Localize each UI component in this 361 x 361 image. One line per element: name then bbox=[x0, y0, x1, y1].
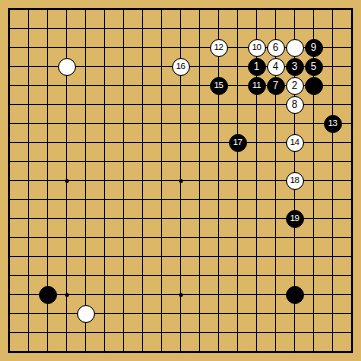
point-f9[interactable] bbox=[95, 190, 114, 209]
point-j7[interactable] bbox=[152, 228, 171, 247]
point-f19[interactable] bbox=[95, 0, 114, 19]
point-e2[interactable] bbox=[76, 323, 95, 342]
point-d12[interactable] bbox=[57, 133, 76, 152]
point-c2[interactable] bbox=[38, 323, 57, 342]
point-n6[interactable] bbox=[228, 247, 247, 266]
point-q15[interactable]: 2 bbox=[285, 76, 304, 95]
point-h3[interactable] bbox=[133, 304, 152, 323]
point-o5[interactable] bbox=[247, 266, 266, 285]
point-r8[interactable] bbox=[304, 209, 323, 228]
point-a2[interactable] bbox=[0, 323, 19, 342]
point-k9[interactable] bbox=[171, 190, 190, 209]
point-k11[interactable] bbox=[171, 152, 190, 171]
point-t5[interactable] bbox=[342, 266, 361, 285]
point-q18[interactable] bbox=[285, 19, 304, 38]
point-k15[interactable] bbox=[171, 76, 190, 95]
point-e12[interactable] bbox=[76, 133, 95, 152]
point-a18[interactable] bbox=[0, 19, 19, 38]
point-e9[interactable] bbox=[76, 190, 95, 209]
point-h12[interactable] bbox=[133, 133, 152, 152]
point-o6[interactable] bbox=[247, 247, 266, 266]
point-f5[interactable] bbox=[95, 266, 114, 285]
point-c17[interactable] bbox=[38, 38, 57, 57]
point-e15[interactable] bbox=[76, 76, 95, 95]
point-d7[interactable] bbox=[57, 228, 76, 247]
point-n17[interactable] bbox=[228, 38, 247, 57]
point-r11[interactable] bbox=[304, 152, 323, 171]
point-l9[interactable] bbox=[190, 190, 209, 209]
point-q3[interactable] bbox=[285, 304, 304, 323]
point-k16[interactable]: 16 bbox=[171, 57, 190, 76]
point-j16[interactable] bbox=[152, 57, 171, 76]
point-t10[interactable] bbox=[342, 171, 361, 190]
point-c3[interactable] bbox=[38, 304, 57, 323]
point-m13[interactable] bbox=[209, 114, 228, 133]
point-f18[interactable] bbox=[95, 19, 114, 38]
point-s16[interactable] bbox=[323, 57, 342, 76]
point-m7[interactable] bbox=[209, 228, 228, 247]
point-h6[interactable] bbox=[133, 247, 152, 266]
point-k10[interactable] bbox=[171, 171, 190, 190]
point-k3[interactable] bbox=[171, 304, 190, 323]
point-n3[interactable] bbox=[228, 304, 247, 323]
point-c14[interactable] bbox=[38, 95, 57, 114]
point-f17[interactable] bbox=[95, 38, 114, 57]
point-o7[interactable] bbox=[247, 228, 266, 247]
point-r1[interactable] bbox=[304, 342, 323, 361]
point-o9[interactable] bbox=[247, 190, 266, 209]
point-c12[interactable] bbox=[38, 133, 57, 152]
point-c6[interactable] bbox=[38, 247, 57, 266]
point-l11[interactable] bbox=[190, 152, 209, 171]
point-m8[interactable] bbox=[209, 209, 228, 228]
point-l5[interactable] bbox=[190, 266, 209, 285]
point-o10[interactable] bbox=[247, 171, 266, 190]
point-r7[interactable] bbox=[304, 228, 323, 247]
point-s6[interactable] bbox=[323, 247, 342, 266]
point-k8[interactable] bbox=[171, 209, 190, 228]
point-p1[interactable] bbox=[266, 342, 285, 361]
point-a8[interactable] bbox=[0, 209, 19, 228]
point-c13[interactable] bbox=[38, 114, 57, 133]
point-q5[interactable] bbox=[285, 266, 304, 285]
point-a1[interactable] bbox=[0, 342, 19, 361]
point-b10[interactable] bbox=[19, 171, 38, 190]
point-d16[interactable] bbox=[57, 57, 76, 76]
point-f3[interactable] bbox=[95, 304, 114, 323]
point-h14[interactable] bbox=[133, 95, 152, 114]
point-m6[interactable] bbox=[209, 247, 228, 266]
point-b4[interactable] bbox=[19, 285, 38, 304]
point-j10[interactable] bbox=[152, 171, 171, 190]
point-o15[interactable]: 11 bbox=[247, 76, 266, 95]
point-n7[interactable] bbox=[228, 228, 247, 247]
point-g19[interactable] bbox=[114, 0, 133, 19]
point-a13[interactable] bbox=[0, 114, 19, 133]
point-c10[interactable] bbox=[38, 171, 57, 190]
point-d1[interactable] bbox=[57, 342, 76, 361]
point-o16[interactable]: 1 bbox=[247, 57, 266, 76]
point-m1[interactable] bbox=[209, 342, 228, 361]
point-s12[interactable] bbox=[323, 133, 342, 152]
point-r19[interactable] bbox=[304, 0, 323, 19]
point-t17[interactable] bbox=[342, 38, 361, 57]
point-s11[interactable] bbox=[323, 152, 342, 171]
point-j11[interactable] bbox=[152, 152, 171, 171]
point-d10[interactable] bbox=[57, 171, 76, 190]
point-b18[interactable] bbox=[19, 19, 38, 38]
point-e6[interactable] bbox=[76, 247, 95, 266]
point-n12[interactable]: 17 bbox=[228, 133, 247, 152]
point-r4[interactable] bbox=[304, 285, 323, 304]
point-e7[interactable] bbox=[76, 228, 95, 247]
point-c19[interactable] bbox=[38, 0, 57, 19]
point-g9[interactable] bbox=[114, 190, 133, 209]
point-j15[interactable] bbox=[152, 76, 171, 95]
point-a4[interactable] bbox=[0, 285, 19, 304]
point-o3[interactable] bbox=[247, 304, 266, 323]
point-f4[interactable] bbox=[95, 285, 114, 304]
point-k13[interactable] bbox=[171, 114, 190, 133]
point-s9[interactable] bbox=[323, 190, 342, 209]
point-q13[interactable] bbox=[285, 114, 304, 133]
point-h13[interactable] bbox=[133, 114, 152, 133]
point-a12[interactable] bbox=[0, 133, 19, 152]
point-b15[interactable] bbox=[19, 76, 38, 95]
point-t4[interactable] bbox=[342, 285, 361, 304]
point-f10[interactable] bbox=[95, 171, 114, 190]
point-t11[interactable] bbox=[342, 152, 361, 171]
point-f13[interactable] bbox=[95, 114, 114, 133]
point-o18[interactable] bbox=[247, 19, 266, 38]
point-h4[interactable] bbox=[133, 285, 152, 304]
point-d18[interactable] bbox=[57, 19, 76, 38]
point-j12[interactable] bbox=[152, 133, 171, 152]
point-e13[interactable] bbox=[76, 114, 95, 133]
point-l1[interactable] bbox=[190, 342, 209, 361]
point-f2[interactable] bbox=[95, 323, 114, 342]
point-n13[interactable] bbox=[228, 114, 247, 133]
point-b2[interactable] bbox=[19, 323, 38, 342]
point-g1[interactable] bbox=[114, 342, 133, 361]
point-s14[interactable] bbox=[323, 95, 342, 114]
point-n18[interactable] bbox=[228, 19, 247, 38]
point-a11[interactable] bbox=[0, 152, 19, 171]
point-t2[interactable] bbox=[342, 323, 361, 342]
point-g14[interactable] bbox=[114, 95, 133, 114]
point-f16[interactable] bbox=[95, 57, 114, 76]
point-d6[interactable] bbox=[57, 247, 76, 266]
point-q1[interactable] bbox=[285, 342, 304, 361]
point-s5[interactable] bbox=[323, 266, 342, 285]
point-k7[interactable] bbox=[171, 228, 190, 247]
point-g4[interactable] bbox=[114, 285, 133, 304]
point-f8[interactable] bbox=[95, 209, 114, 228]
point-r3[interactable] bbox=[304, 304, 323, 323]
point-r2[interactable] bbox=[304, 323, 323, 342]
point-t13[interactable] bbox=[342, 114, 361, 133]
point-t1[interactable] bbox=[342, 342, 361, 361]
point-d13[interactable] bbox=[57, 114, 76, 133]
point-a5[interactable] bbox=[0, 266, 19, 285]
point-s3[interactable] bbox=[323, 304, 342, 323]
point-l13[interactable] bbox=[190, 114, 209, 133]
point-q9[interactable] bbox=[285, 190, 304, 209]
point-d9[interactable] bbox=[57, 190, 76, 209]
point-e3[interactable] bbox=[76, 304, 95, 323]
point-g7[interactable] bbox=[114, 228, 133, 247]
point-r13[interactable] bbox=[304, 114, 323, 133]
point-e10[interactable] bbox=[76, 171, 95, 190]
point-p3[interactable] bbox=[266, 304, 285, 323]
point-o13[interactable] bbox=[247, 114, 266, 133]
point-h17[interactable] bbox=[133, 38, 152, 57]
point-l2[interactable] bbox=[190, 323, 209, 342]
point-b7[interactable] bbox=[19, 228, 38, 247]
point-e17[interactable] bbox=[76, 38, 95, 57]
point-j5[interactable] bbox=[152, 266, 171, 285]
point-d15[interactable] bbox=[57, 76, 76, 95]
point-g6[interactable] bbox=[114, 247, 133, 266]
point-s13[interactable]: 13 bbox=[323, 114, 342, 133]
point-r6[interactable] bbox=[304, 247, 323, 266]
point-n19[interactable] bbox=[228, 0, 247, 19]
point-f12[interactable] bbox=[95, 133, 114, 152]
point-m3[interactable] bbox=[209, 304, 228, 323]
point-d11[interactable] bbox=[57, 152, 76, 171]
point-b3[interactable] bbox=[19, 304, 38, 323]
point-l19[interactable] bbox=[190, 0, 209, 19]
point-o4[interactable] bbox=[247, 285, 266, 304]
point-b19[interactable] bbox=[19, 0, 38, 19]
point-a10[interactable] bbox=[0, 171, 19, 190]
point-j9[interactable] bbox=[152, 190, 171, 209]
point-r10[interactable] bbox=[304, 171, 323, 190]
point-s17[interactable] bbox=[323, 38, 342, 57]
point-q11[interactable] bbox=[285, 152, 304, 171]
point-p5[interactable] bbox=[266, 266, 285, 285]
point-a9[interactable] bbox=[0, 190, 19, 209]
point-a17[interactable] bbox=[0, 38, 19, 57]
point-a6[interactable] bbox=[0, 247, 19, 266]
point-n8[interactable] bbox=[228, 209, 247, 228]
point-o11[interactable] bbox=[247, 152, 266, 171]
point-t16[interactable] bbox=[342, 57, 361, 76]
point-r14[interactable] bbox=[304, 95, 323, 114]
point-q2[interactable] bbox=[285, 323, 304, 342]
point-p7[interactable] bbox=[266, 228, 285, 247]
point-b13[interactable] bbox=[19, 114, 38, 133]
point-l17[interactable] bbox=[190, 38, 209, 57]
point-q16[interactable]: 3 bbox=[285, 57, 304, 76]
point-b11[interactable] bbox=[19, 152, 38, 171]
point-t12[interactable] bbox=[342, 133, 361, 152]
point-q10[interactable]: 18 bbox=[285, 171, 304, 190]
point-p17[interactable]: 6 bbox=[266, 38, 285, 57]
point-f15[interactable] bbox=[95, 76, 114, 95]
point-l4[interactable] bbox=[190, 285, 209, 304]
point-g11[interactable] bbox=[114, 152, 133, 171]
point-s1[interactable] bbox=[323, 342, 342, 361]
point-j8[interactable] bbox=[152, 209, 171, 228]
point-r12[interactable] bbox=[304, 133, 323, 152]
point-l7[interactable] bbox=[190, 228, 209, 247]
point-r16[interactable]: 5 bbox=[304, 57, 323, 76]
point-j2[interactable] bbox=[152, 323, 171, 342]
point-t7[interactable] bbox=[342, 228, 361, 247]
point-p6[interactable] bbox=[266, 247, 285, 266]
point-c1[interactable] bbox=[38, 342, 57, 361]
point-n2[interactable] bbox=[228, 323, 247, 342]
point-p12[interactable] bbox=[266, 133, 285, 152]
point-f14[interactable] bbox=[95, 95, 114, 114]
point-f6[interactable] bbox=[95, 247, 114, 266]
point-l14[interactable] bbox=[190, 95, 209, 114]
point-k5[interactable] bbox=[171, 266, 190, 285]
point-k18[interactable] bbox=[171, 19, 190, 38]
point-g13[interactable] bbox=[114, 114, 133, 133]
point-p4[interactable] bbox=[266, 285, 285, 304]
point-k17[interactable] bbox=[171, 38, 190, 57]
point-e1[interactable] bbox=[76, 342, 95, 361]
point-o2[interactable] bbox=[247, 323, 266, 342]
point-b12[interactable] bbox=[19, 133, 38, 152]
point-g5[interactable] bbox=[114, 266, 133, 285]
point-g15[interactable] bbox=[114, 76, 133, 95]
point-j1[interactable] bbox=[152, 342, 171, 361]
point-s7[interactable] bbox=[323, 228, 342, 247]
point-h1[interactable] bbox=[133, 342, 152, 361]
point-t3[interactable] bbox=[342, 304, 361, 323]
point-p18[interactable] bbox=[266, 19, 285, 38]
point-q17[interactable] bbox=[285, 38, 304, 57]
point-l6[interactable] bbox=[190, 247, 209, 266]
point-t6[interactable] bbox=[342, 247, 361, 266]
point-s8[interactable] bbox=[323, 209, 342, 228]
point-k14[interactable] bbox=[171, 95, 190, 114]
point-m5[interactable] bbox=[209, 266, 228, 285]
point-h18[interactable] bbox=[133, 19, 152, 38]
point-g12[interactable] bbox=[114, 133, 133, 152]
point-a14[interactable] bbox=[0, 95, 19, 114]
point-c7[interactable] bbox=[38, 228, 57, 247]
point-j14[interactable] bbox=[152, 95, 171, 114]
point-p13[interactable] bbox=[266, 114, 285, 133]
point-r5[interactable] bbox=[304, 266, 323, 285]
point-b5[interactable] bbox=[19, 266, 38, 285]
point-t19[interactable] bbox=[342, 0, 361, 19]
point-m14[interactable] bbox=[209, 95, 228, 114]
point-m16[interactable] bbox=[209, 57, 228, 76]
point-m11[interactable] bbox=[209, 152, 228, 171]
point-c15[interactable] bbox=[38, 76, 57, 95]
point-j6[interactable] bbox=[152, 247, 171, 266]
point-c5[interactable] bbox=[38, 266, 57, 285]
point-b17[interactable] bbox=[19, 38, 38, 57]
point-s18[interactable] bbox=[323, 19, 342, 38]
point-r9[interactable] bbox=[304, 190, 323, 209]
point-m2[interactable] bbox=[209, 323, 228, 342]
point-n9[interactable] bbox=[228, 190, 247, 209]
point-k19[interactable] bbox=[171, 0, 190, 19]
point-e11[interactable] bbox=[76, 152, 95, 171]
point-m9[interactable] bbox=[209, 190, 228, 209]
point-f7[interactable] bbox=[95, 228, 114, 247]
point-m19[interactable] bbox=[209, 0, 228, 19]
point-o1[interactable] bbox=[247, 342, 266, 361]
point-k4[interactable] bbox=[171, 285, 190, 304]
point-j19[interactable] bbox=[152, 0, 171, 19]
point-n5[interactable] bbox=[228, 266, 247, 285]
point-h10[interactable] bbox=[133, 171, 152, 190]
point-c9[interactable] bbox=[38, 190, 57, 209]
point-c18[interactable] bbox=[38, 19, 57, 38]
point-j17[interactable] bbox=[152, 38, 171, 57]
point-h11[interactable] bbox=[133, 152, 152, 171]
point-s10[interactable] bbox=[323, 171, 342, 190]
point-l18[interactable] bbox=[190, 19, 209, 38]
point-p8[interactable] bbox=[266, 209, 285, 228]
point-p14[interactable] bbox=[266, 95, 285, 114]
point-o14[interactable] bbox=[247, 95, 266, 114]
point-k6[interactable] bbox=[171, 247, 190, 266]
point-o19[interactable] bbox=[247, 0, 266, 19]
point-o8[interactable] bbox=[247, 209, 266, 228]
point-d2[interactable] bbox=[57, 323, 76, 342]
point-g10[interactable] bbox=[114, 171, 133, 190]
point-g2[interactable] bbox=[114, 323, 133, 342]
point-q8[interactable]: 19 bbox=[285, 209, 304, 228]
point-j4[interactable] bbox=[152, 285, 171, 304]
point-m12[interactable] bbox=[209, 133, 228, 152]
point-d5[interactable] bbox=[57, 266, 76, 285]
point-a16[interactable] bbox=[0, 57, 19, 76]
point-g18[interactable] bbox=[114, 19, 133, 38]
point-g16[interactable] bbox=[114, 57, 133, 76]
point-p10[interactable] bbox=[266, 171, 285, 190]
point-m18[interactable] bbox=[209, 19, 228, 38]
point-e4[interactable] bbox=[76, 285, 95, 304]
point-a7[interactable] bbox=[0, 228, 19, 247]
point-m4[interactable] bbox=[209, 285, 228, 304]
point-s15[interactable] bbox=[323, 76, 342, 95]
point-n11[interactable] bbox=[228, 152, 247, 171]
point-p19[interactable] bbox=[266, 0, 285, 19]
point-h5[interactable] bbox=[133, 266, 152, 285]
point-l10[interactable] bbox=[190, 171, 209, 190]
point-m10[interactable] bbox=[209, 171, 228, 190]
point-q7[interactable] bbox=[285, 228, 304, 247]
point-l15[interactable] bbox=[190, 76, 209, 95]
point-q19[interactable] bbox=[285, 0, 304, 19]
point-j13[interactable] bbox=[152, 114, 171, 133]
point-a15[interactable] bbox=[0, 76, 19, 95]
point-c8[interactable] bbox=[38, 209, 57, 228]
point-n4[interactable] bbox=[228, 285, 247, 304]
point-f1[interactable] bbox=[95, 342, 114, 361]
point-d14[interactable] bbox=[57, 95, 76, 114]
point-c4[interactable] bbox=[38, 285, 57, 304]
point-p16[interactable]: 4 bbox=[266, 57, 285, 76]
point-p9[interactable] bbox=[266, 190, 285, 209]
point-c11[interactable] bbox=[38, 152, 57, 171]
point-d19[interactable] bbox=[57, 0, 76, 19]
point-t18[interactable] bbox=[342, 19, 361, 38]
point-h19[interactable] bbox=[133, 0, 152, 19]
point-g8[interactable] bbox=[114, 209, 133, 228]
point-k2[interactable] bbox=[171, 323, 190, 342]
point-h9[interactable] bbox=[133, 190, 152, 209]
